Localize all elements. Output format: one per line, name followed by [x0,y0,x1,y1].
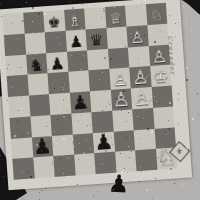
white-pawn-piece: ♙ [130,70,152,88]
square-e8 [84,7,106,29]
square-a8 [2,13,24,35]
square-d1 [74,153,96,175]
white-knight-piece: ♘ [146,9,167,24]
chessboard-photo: ♚♗♕♘♟♛♙♞♟♙♙♙♔♟♙♙♟♟♘ Crusader ⚜ · · · · ·… [0,0,200,200]
square-b7 [24,32,46,54]
white-pawn-piece: ♙ [110,91,132,110]
square-e7: ♛ [85,28,107,50]
square-d7: ♟ [65,29,87,51]
square-g1 [135,149,157,171]
square-g2 [134,128,156,150]
white-pawn-piece: ♙ [109,71,131,89]
square-e4 [90,90,112,112]
square-b1 [33,156,55,178]
square-a6 [5,54,27,76]
square-f2 [113,130,135,152]
black-pawn-piece: ♟ [93,131,115,152]
captured-piece: ♟ [107,171,130,196]
square-c3 [50,113,72,135]
square-g8 [125,4,147,26]
square-b4 [28,94,50,116]
square-g5: ♙ [129,66,151,88]
square-f4: ♙ [110,88,132,110]
square-a1 [12,158,34,180]
square-d3 [71,112,93,134]
square-f3 [112,109,134,131]
square-e5 [88,69,110,91]
square-c6: ♟ [46,51,68,73]
white-queen-piece: ♕ [105,12,126,27]
square-c8: ♚ [43,10,65,32]
black-pawn-piece: ♟ [46,56,68,73]
square-h2 [154,127,176,149]
square-b5 [27,73,49,95]
square-g4: ♙ [131,87,153,109]
square-a2 [11,137,33,159]
black-king-piece: ♚ [44,16,65,31]
square-d4: ♟ [69,91,91,113]
square-h8: ♘ [145,3,167,25]
square-c7 [45,31,67,53]
black-pawn-piece: ♟ [65,35,86,51]
black-pawn-piece: ♟ [31,136,53,157]
square-c2 [52,134,74,156]
board-squares-grid: ♚♗♕♘♟♛♙♞♟♙♙♙♔♟♙♙♟♟♘ [2,3,177,180]
square-g6 [128,46,150,68]
white-pawn-piece: ♙ [131,89,153,108]
square-h3 [153,106,175,128]
square-b2: ♟ [31,136,53,158]
square-g3 [132,108,154,130]
square-c5 [47,72,69,94]
fleur-de-lis-icon: ⚜ [176,147,184,155]
black-pawn-piece: ♟ [70,93,92,112]
square-d2 [72,133,94,155]
square-e6 [87,48,109,70]
square-e2: ♟ [93,131,115,153]
black-queen-piece: ♛ [86,33,107,49]
square-h6: ♙ [148,44,170,66]
square-d5 [68,71,90,93]
white-king-piece: ♔ [150,68,172,86]
square-h5: ♔ [150,65,172,87]
square-h4 [151,86,173,108]
square-f7 [106,26,128,48]
square-h7 [147,23,169,45]
square-c4 [49,93,71,115]
square-d6 [66,50,88,72]
square-a7 [4,33,26,55]
square-d8: ♗ [64,8,86,30]
white-bishop-piece: ♗ [64,15,85,30]
square-a3 [9,116,31,138]
square-c1 [53,155,75,177]
square-f8: ♕ [104,6,126,28]
square-a4 [8,96,30,118]
square-b8 [23,11,45,33]
square-f5: ♙ [109,68,131,90]
chess-board: ♚♗♕♘♟♛♙♞♟♙♙♙♔♟♙♙♟♟♘ Crusader ⚜ · · · · ·… [0,0,192,190]
square-b3 [30,115,52,137]
square-g7: ♙ [126,25,148,47]
square-a5 [7,75,29,97]
square-f6 [107,47,129,69]
white-pawn-piece: ♙ [149,48,171,65]
black-knight-piece: ♞ [26,57,48,74]
square-b6: ♞ [26,53,48,75]
white-pawn-piece: ♙ [127,30,148,46]
square-e3 [91,111,113,133]
